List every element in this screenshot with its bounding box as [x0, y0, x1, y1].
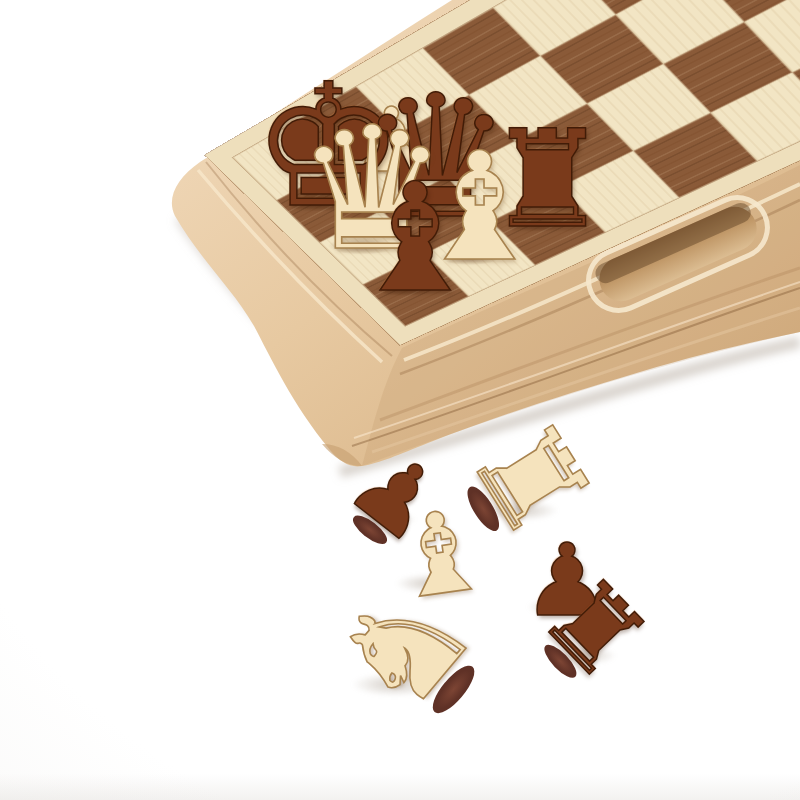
scene: ♝♝♜♛♛♚♟♟♜♝♟♞♜ — [0, 0, 800, 800]
piece-dark-bishop-a1[interactable]: ♝ — [348, 163, 482, 313]
